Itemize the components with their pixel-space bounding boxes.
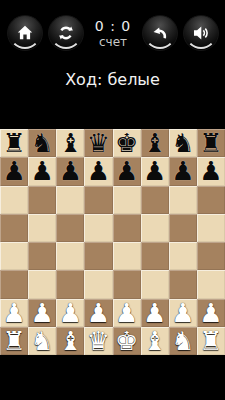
chess-board: ♜♞♝♛♚♝♞♜♟♟♟♟♟♟♟♟♟♟♟♟♟♟♟♟♜♞♝♛♚♝♞♜ [0,129,225,355]
square-c1[interactable]: ♝ [56,327,84,355]
square-g4[interactable] [169,242,197,270]
home-icon [15,23,35,43]
square-c3[interactable] [56,270,84,298]
square-g2[interactable]: ♟ [169,299,197,327]
square-h5[interactable] [197,214,225,242]
square-b5[interactable] [28,214,56,242]
undo-back-arrow-icon [150,23,170,43]
piece-black-bishop: ♝ [59,129,82,157]
piece-black-pawn: ♟ [199,157,222,185]
square-a1[interactable]: ♜ [0,327,28,355]
piece-white-pawn: ♟ [2,299,25,327]
square-f8[interactable]: ♝ [141,129,169,157]
square-e8[interactable]: ♚ [113,129,141,157]
square-a8[interactable]: ♜ [0,129,28,157]
piece-white-bishop: ♝ [59,327,82,355]
square-h1[interactable]: ♜ [197,327,225,355]
restart-button[interactable] [48,15,84,51]
piece-black-king: ♚ [115,129,138,157]
speaker-icon [191,23,211,43]
piece-white-knight: ♞ [171,327,194,355]
piece-black-pawn: ♟ [87,157,110,185]
square-d5[interactable] [84,214,112,242]
square-b4[interactable] [28,242,56,270]
square-h8[interactable]: ♜ [197,129,225,157]
restart-circular-arrows-icon [56,23,76,43]
square-f1[interactable]: ♝ [141,327,169,355]
square-g8[interactable]: ♞ [169,129,197,157]
square-b6[interactable] [28,186,56,214]
piece-black-pawn: ♟ [115,157,138,185]
square-d7[interactable]: ♟ [84,157,112,185]
turn-indicator: Ход: белые [0,70,225,90]
square-d8[interactable]: ♛ [84,129,112,157]
sound-button[interactable] [183,15,219,51]
piece-white-queen: ♛ [87,327,110,355]
square-d3[interactable] [84,270,112,298]
piece-white-rook: ♜ [199,327,222,355]
piece-black-pawn: ♟ [171,157,194,185]
piece-black-knight: ♞ [31,129,54,157]
piece-white-pawn: ♟ [115,299,138,327]
piece-black-rook: ♜ [2,129,25,157]
square-e4[interactable] [113,242,141,270]
piece-white-pawn: ♟ [171,299,194,327]
piece-black-pawn: ♟ [59,157,82,185]
piece-black-pawn: ♟ [143,157,166,185]
square-f2[interactable]: ♟ [141,299,169,327]
square-c5[interactable] [56,214,84,242]
square-h4[interactable] [197,242,225,270]
square-a6[interactable] [0,186,28,214]
piece-black-bishop: ♝ [143,129,166,157]
piece-white-bishop: ♝ [143,327,166,355]
square-f4[interactable] [141,242,169,270]
chess-app: 0 : 0 счет Ход: белые ♜♞♝♛♚♝♞♜♟♟♟♟♟♟♟♟♟♟… [0,0,225,400]
piece-white-pawn: ♟ [31,299,54,327]
square-e1[interactable]: ♚ [113,327,141,355]
square-c4[interactable] [56,242,84,270]
piece-white-knight: ♞ [31,327,54,355]
square-f7[interactable]: ♟ [141,157,169,185]
piece-white-pawn: ♟ [87,299,110,327]
square-d1[interactable]: ♛ [84,327,112,355]
square-c7[interactable]: ♟ [56,157,84,185]
square-e6[interactable] [113,186,141,214]
square-a7[interactable]: ♟ [0,157,28,185]
square-b1[interactable]: ♞ [28,327,56,355]
piece-white-pawn: ♟ [143,299,166,327]
score-label: счет [99,36,127,49]
square-g3[interactable] [169,270,197,298]
square-a3[interactable] [0,270,28,298]
square-c2[interactable]: ♟ [56,299,84,327]
score-value: 0 : 0 [95,19,131,34]
square-c6[interactable] [56,186,84,214]
square-b2[interactable]: ♟ [28,299,56,327]
square-g1[interactable]: ♞ [169,327,197,355]
square-a2[interactable]: ♟ [0,299,28,327]
toolbar: 0 : 0 счет [0,0,225,56]
piece-white-pawn: ♟ [59,299,82,327]
square-e7[interactable]: ♟ [113,157,141,185]
piece-black-knight: ♞ [171,129,194,157]
piece-black-rook: ♜ [199,129,222,157]
square-g7[interactable]: ♟ [169,157,197,185]
square-e5[interactable] [113,214,141,242]
square-f5[interactable] [141,214,169,242]
square-a5[interactable] [0,214,28,242]
square-f6[interactable] [141,186,169,214]
square-d2[interactable]: ♟ [84,299,112,327]
square-h3[interactable] [197,270,225,298]
square-g6[interactable] [169,186,197,214]
piece-white-pawn: ♟ [199,299,222,327]
square-h2[interactable]: ♟ [197,299,225,327]
square-h7[interactable]: ♟ [197,157,225,185]
square-a4[interactable] [0,242,28,270]
home-button[interactable] [7,15,43,51]
square-b7[interactable]: ♟ [28,157,56,185]
score-display: 0 : 0 счет [84,19,142,50]
undo-button[interactable] [142,15,178,51]
piece-black-pawn: ♟ [2,157,25,185]
piece-white-king: ♚ [115,327,138,355]
square-c8[interactable]: ♝ [56,129,84,157]
square-b3[interactable] [28,270,56,298]
piece-white-rook: ♜ [2,327,25,355]
square-d6[interactable] [84,186,112,214]
square-d4[interactable] [84,242,112,270]
piece-black-pawn: ♟ [31,157,54,185]
square-g5[interactable] [169,214,197,242]
square-f3[interactable] [141,270,169,298]
square-h6[interactable] [197,186,225,214]
square-e2[interactable]: ♟ [113,299,141,327]
square-e3[interactable] [113,270,141,298]
square-b8[interactable]: ♞ [28,129,56,157]
piece-black-queen: ♛ [87,129,110,157]
